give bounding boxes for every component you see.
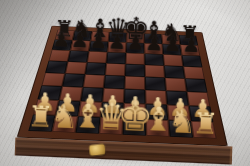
board-perspective-scene: ♜♞♝♛♚♝♞♜♟♟♟♟♟♟♟♟♟♟♟♟♟♟♟♟♜♞♝♛♚♝♞♜ — [33, 0, 216, 166]
black-pawn-piece: ♟ — [126, 33, 145, 53]
square-b7: ♟ — [70, 40, 90, 51]
square-c7: ♟ — [89, 41, 109, 52]
square-a1: ♜ — [28, 114, 55, 131]
photo-chess-set-scene: ♜♞♝♛♚♝♞♜♟♟♟♟♟♟♟♟♟♟♟♟♟♟♟♟♜♞♝♛♚♝♞♜ — [0, 0, 250, 166]
black-pawn-piece: ♟ — [70, 31, 89, 51]
square-f4 — [145, 77, 166, 91]
square-h5 — [183, 66, 205, 79]
brass-latch-icon — [88, 144, 105, 156]
square-d1: ♛ — [99, 117, 123, 135]
square-c6 — [87, 51, 107, 63]
chess-box-front-side — [15, 137, 233, 164]
white-queen-piece: ♛ — [94, 99, 128, 135]
square-c5 — [85, 62, 106, 75]
square-g6 — [163, 54, 183, 66]
black-pawn-piece: ♟ — [52, 30, 71, 50]
chess-board: ♜♞♝♛♚♝♞♜♟♟♟♟♟♟♟♟♟♟♟♟♟♟♟♟♜♞♝♛♚♝♞♜ — [17, 26, 228, 146]
square-g5 — [164, 66, 185, 79]
black-pawn-piece: ♟ — [145, 34, 164, 54]
square-h1: ♜ — [191, 121, 217, 139]
square-e7: ♟ — [126, 42, 145, 53]
square-d5 — [105, 63, 125, 76]
black-pawn-piece: ♟ — [89, 32, 108, 52]
square-b5 — [65, 62, 87, 75]
square-d6 — [106, 52, 126, 64]
square-b1: ♞ — [52, 115, 78, 132]
square-b6 — [68, 50, 89, 62]
square-c4 — [83, 74, 105, 88]
black-pawn-piece: ♟ — [182, 36, 201, 56]
white-rook-piece: ♜ — [27, 103, 55, 132]
white-rook-piece: ♜ — [192, 110, 220, 139]
square-e6 — [126, 53, 145, 65]
square-h6 — [182, 55, 203, 67]
black-pawn-piece: ♟ — [163, 35, 182, 55]
black-pawn-piece: ♟ — [108, 33, 127, 53]
square-e4 — [124, 76, 145, 90]
square-f7: ♟ — [144, 43, 163, 54]
square-h4 — [185, 79, 208, 93]
square-e5 — [125, 64, 145, 77]
square-g4 — [165, 78, 187, 92]
square-f5 — [145, 65, 165, 78]
square-g1: ♞ — [168, 120, 193, 138]
square-b4 — [62, 73, 85, 87]
square-d4 — [104, 75, 125, 89]
square-g7: ♟ — [162, 44, 181, 55]
square-f6 — [145, 54, 164, 66]
square-d7: ♟ — [107, 42, 126, 53]
square-h7: ♟ — [180, 45, 200, 56]
